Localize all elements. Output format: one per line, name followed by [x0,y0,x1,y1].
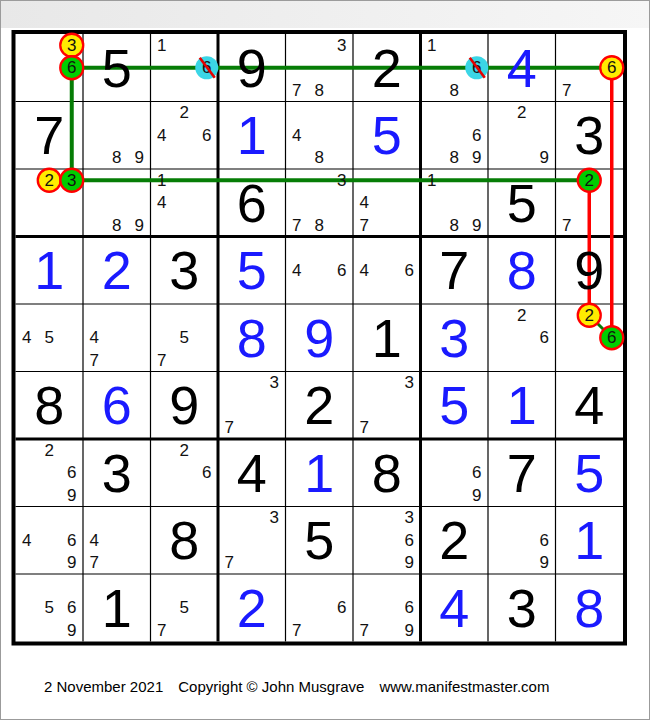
cell-r2c9[interactable]: 3 [556,102,624,170]
cell-r9c8[interactable]: 3 [488,574,556,642]
given-digit: 5 [286,507,354,575]
cell-r6c8[interactable]: 1 [488,372,556,440]
cell-r8c7[interactable]: 2 [421,507,489,575]
cell-r4c2[interactable]: 2 [83,237,151,305]
cell-r5c9[interactable]: 26 [556,304,624,372]
candidate-6: 6 [331,259,354,282]
candidate-9: 9 [466,214,489,237]
candidate-7: 7 [556,79,579,102]
cell-r9c9[interactable]: 8 [556,574,624,642]
candidate-8: 8 [308,147,331,170]
candidate-6: 6 [398,597,421,620]
candidate-5: 5 [38,597,61,620]
candidate-4: 4 [286,259,309,282]
solved-digit: 4 [488,34,556,102]
cell-r6c5[interactable]: 2 [286,372,354,440]
cell-r7c5[interactable]: 1 [286,439,354,507]
given-digit: 3 [83,439,151,507]
candidate-5: 5 [38,327,61,350]
solved-digit: 8 [218,304,286,372]
given-digit: 4 [556,372,624,440]
cell-r4c8[interactable]: 8 [488,237,556,305]
candidate-6: 6 [533,327,556,350]
given-digit: 3 [556,102,624,170]
cell-r9c7[interactable]: 4 [421,574,489,642]
cell-r5c5[interactable]: 9 [286,304,354,372]
candidate-8: 8 [443,214,466,237]
cell-r8c4[interactable]: 37 [218,507,286,575]
cell-r2c2[interactable]: 89 [83,102,151,170]
candidate-6: 6 [196,124,219,147]
cell-r2c5[interactable]: 48 [286,102,354,170]
cell-r4c9[interactable]: 9 [556,237,624,305]
solved-digit: 1 [286,439,354,507]
cell-r9c1[interactable]: 569 [16,574,84,642]
candidate-7: 7 [218,417,241,440]
given-digit: 9 [151,372,219,440]
solved-digit: 8 [488,237,556,305]
cell-r6c9[interactable]: 4 [556,372,624,440]
solved-digit: 5 [218,237,286,305]
candidate-7: 7 [286,79,309,102]
candidate-1: 1 [151,34,174,57]
cell-r9c6[interactable]: 679 [353,574,421,642]
candidate-9: 9 [533,147,556,170]
given-digit: 2 [353,34,421,102]
given-digit: 6 [218,169,286,237]
candidate-4: 4 [151,124,174,147]
cell-r4c1[interactable]: 1 [16,237,84,305]
sudoku-board: 3651693782168467789246148568929323891463… [1,1,650,720]
cell-r4c6[interactable]: 46 [353,237,421,305]
candidate-6: 6 [466,124,489,147]
candidate-8: 8 [308,214,331,237]
footer-copyright: Copyright © John Musgrave [178,678,364,695]
cell-r3c2[interactable]: 89 [83,169,151,237]
cell-r3c1[interactable]: 23 [16,169,84,237]
cell-r3c9[interactable]: 27 [556,169,624,237]
candidate-9: 9 [128,214,151,237]
cell-r8c8[interactable]: 69 [488,507,556,575]
cell-r7c1[interactable]: 269 [16,439,84,507]
candidate-2: 2 [173,102,196,125]
candidate-8: 8 [106,214,129,237]
cell-r5c7[interactable]: 3 [421,304,489,372]
candidate-1: 1 [421,169,444,192]
cell-r9c2[interactable]: 1 [83,574,151,642]
cell-r5c1[interactable]: 45 [16,304,84,372]
cell-r5c6[interactable]: 1 [353,304,421,372]
given-digit: 8 [16,372,84,440]
candidate-9: 9 [398,619,421,642]
candidate-2: 2 [511,304,534,327]
candidate-6: 6 [601,327,624,350]
candidate-3: 3 [61,169,84,192]
candidate-9: 9 [61,619,84,642]
candidate-7: 7 [556,214,579,237]
cell-r1c8[interactable]: 4 [488,34,556,102]
candidate-8: 8 [308,79,331,102]
given-digit: 7 [488,439,556,507]
solved-digit: 9 [286,304,354,372]
candidate-9: 9 [61,552,84,575]
candidate-2: 2 [578,169,601,192]
candidate-3: 3 [398,372,421,395]
cell-r7c2[interactable]: 3 [83,439,151,507]
cell-r3c7[interactable]: 189 [421,169,489,237]
cell-r3c5[interactable]: 378 [286,169,354,237]
candidate-4: 4 [286,124,309,147]
candidate-4: 4 [16,529,39,552]
candidate-6: 6 [601,57,624,80]
cell-r8c3[interactable]: 8 [151,507,219,575]
candidate-8: 8 [106,147,129,170]
cell-r5c4[interactable]: 8 [218,304,286,372]
cell-r4c5[interactable]: 46 [286,237,354,305]
given-digit: 1 [83,574,151,642]
given-digit: 3 [151,237,219,305]
cell-r9c5[interactable]: 67 [286,574,354,642]
solved-digit: 4 [421,574,489,642]
cell-r7c6[interactable]: 8 [353,439,421,507]
solved-digit: 1 [218,102,286,170]
candidate-6: 6 [331,597,354,620]
cell-r4c7[interactable]: 7 [421,237,489,305]
cell-r8c6[interactable]: 369 [353,507,421,575]
candidate-1: 1 [151,169,174,192]
candidate-7: 7 [353,417,376,440]
cell-r6c4[interactable]: 37 [218,372,286,440]
cell-r2c1[interactable]: 7 [16,102,84,170]
cell-r1c1[interactable]: 36 [16,34,84,102]
candidate-3: 3 [331,169,354,192]
candidate-6: 6 [398,529,421,552]
given-digit: 7 [421,237,489,305]
given-digit: 1 [353,304,421,372]
candidate-5: 5 [173,597,196,620]
cell-r1c2[interactable]: 5 [83,34,151,102]
candidate-6: 6 [398,259,421,282]
cell-r2c8[interactable]: 29 [488,102,556,170]
solved-digit: 2 [83,237,151,305]
candidate-7: 7 [286,214,309,237]
solved-digit: 1 [488,372,556,440]
cell-r8c1[interactable]: 469 [16,507,84,575]
cell-r2c3[interactable]: 246 [151,102,219,170]
solved-digit: 1 [556,507,624,575]
cell-r7c9[interactable]: 5 [556,439,624,507]
candidate-3: 3 [398,507,421,530]
candidate-6: 6 [61,462,84,485]
cell-r3c4[interactable]: 6 [218,169,286,237]
given-digit: 3 [488,574,556,642]
cell-r1c9[interactable]: 67 [556,34,624,102]
cell-r3c3[interactable]: 14 [151,169,219,237]
cell-r6c6[interactable]: 37 [353,372,421,440]
given-digit: 9 [556,237,624,305]
candidate-2: 2 [578,304,601,327]
solved-digit: 8 [556,574,624,642]
footer: 2 November 2021 Copyright © John Musgrav… [44,678,549,695]
candidate-6: 6 [466,462,489,485]
solved-digit: 5 [556,439,624,507]
candidate-8: 8 [443,79,466,102]
solved-digit: 5 [421,372,489,440]
candidate-7: 7 [151,349,174,372]
footer-website: www.manifestmaster.com [379,678,549,695]
cell-r8c5[interactable]: 5 [286,507,354,575]
candidate-6: 6 [466,57,489,80]
cell-r7c7[interactable]: 69 [421,439,489,507]
candidate-7: 7 [353,619,376,642]
candidate-4: 4 [16,327,39,350]
cell-r5c3[interactable]: 57 [151,304,219,372]
cell-r7c4[interactable]: 4 [218,439,286,507]
cell-r4c4[interactable]: 5 [218,237,286,305]
candidate-9: 9 [398,552,421,575]
candidate-9: 9 [61,484,84,507]
cell-r7c8[interactable]: 7 [488,439,556,507]
candidate-1: 1 [421,34,444,57]
cell-r5c8[interactable]: 26 [488,304,556,372]
candidate-7: 7 [218,552,241,575]
solved-digit: 5 [353,102,421,170]
candidate-6: 6 [61,597,84,620]
candidate-3: 3 [263,507,286,530]
candidate-4: 4 [83,327,106,350]
candidate-6: 6 [196,57,219,80]
given-digit: 8 [151,507,219,575]
given-digit: 8 [353,439,421,507]
candidate-4: 4 [151,192,174,215]
cell-r6c7[interactable]: 5 [421,372,489,440]
cell-r1c4[interactable]: 9 [218,34,286,102]
cell-r6c2[interactable]: 6 [83,372,151,440]
given-digit: 2 [286,372,354,440]
candidate-6: 6 [61,57,84,80]
candidate-6: 6 [533,529,556,552]
candidate-9: 9 [466,147,489,170]
cell-r5c2[interactable]: 47 [83,304,151,372]
candidate-4: 4 [83,529,106,552]
given-digit: 5 [488,169,556,237]
cell-r6c1[interactable]: 8 [16,372,84,440]
cell-r2c6[interactable]: 5 [353,102,421,170]
candidate-3: 3 [61,34,84,57]
cell-r8c2[interactable]: 47 [83,507,151,575]
given-digit: 4 [218,439,286,507]
candidate-2: 2 [38,439,61,462]
cell-r3c8[interactable]: 5 [488,169,556,237]
candidate-2: 2 [511,102,534,125]
given-digit: 9 [218,34,286,102]
candidate-7: 7 [83,349,106,372]
given-digit: 7 [16,102,84,170]
cell-r1c7[interactable]: 168 [421,34,489,102]
candidate-3: 3 [331,34,354,57]
candidate-7: 7 [353,214,376,237]
solved-digit: 2 [218,574,286,642]
footer-date: 2 November 2021 [44,678,163,695]
candidate-9: 9 [466,484,489,507]
candidate-6: 6 [196,462,219,485]
candidate-5: 5 [173,327,196,350]
cell-r1c6[interactable]: 2 [353,34,421,102]
given-digit: 5 [83,34,151,102]
candidate-2: 2 [38,169,61,192]
solved-digit: 1 [16,237,84,305]
candidate-3: 3 [263,372,286,395]
candidate-7: 7 [286,619,309,642]
page: 3651693782168467789246148568929323891463… [0,0,650,720]
solved-digit: 3 [421,304,489,372]
candidate-4: 4 [353,259,376,282]
cell-r9c3[interactable]: 57 [151,574,219,642]
candidate-9: 9 [128,147,151,170]
cell-r3c6[interactable]: 47 [353,169,421,237]
candidate-7: 7 [151,619,174,642]
cell-r2c4[interactable]: 1 [218,102,286,170]
candidate-8: 8 [443,147,466,170]
candidate-9: 9 [533,552,556,575]
cell-r6c3[interactable]: 9 [151,372,219,440]
candidate-6: 6 [61,529,84,552]
given-digit: 2 [421,507,489,575]
cell-r1c3[interactable]: 16 [151,34,219,102]
candidate-7: 7 [83,552,106,575]
cell-r4c3[interactable]: 3 [151,237,219,305]
candidate-2: 2 [173,439,196,462]
solved-digit: 6 [83,372,151,440]
cell-r1c5[interactable]: 378 [286,34,354,102]
cell-r7c3[interactable]: 26 [151,439,219,507]
cell-r2c7[interactable]: 689 [421,102,489,170]
cell-r9c4[interactable]: 2 [218,574,286,642]
cell-r8c9[interactable]: 1 [556,507,624,575]
candidate-4: 4 [353,192,376,215]
